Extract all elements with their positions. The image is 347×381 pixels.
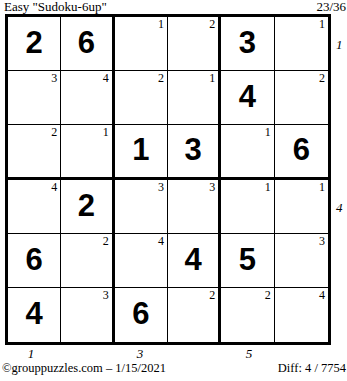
cell-r1c1[interactable]: 2 <box>8 17 61 71</box>
cell-r4c1[interactable]: 4 <box>8 180 61 234</box>
cell-r4c3[interactable]: 3 <box>115 180 168 234</box>
given-digit: 1 <box>132 134 149 165</box>
cell-r3c1[interactable]: 2 <box>8 125 61 179</box>
corner-clue-digit: 4 <box>51 180 57 194</box>
corner-clue-digit: 1 <box>265 125 271 139</box>
cell-r1c4[interactable]: 2 <box>168 17 221 71</box>
cell-r6c2[interactable]: 3 <box>61 288 114 342</box>
cell-r3c4[interactable]: 3 <box>168 125 221 179</box>
given-digit: 3 <box>185 134 202 165</box>
cell-r3c2[interactable]: 1 <box>61 125 114 179</box>
given-digit: 4 <box>239 81 256 112</box>
row-label-4: 4 <box>336 201 343 214</box>
cell-r2c1[interactable]: 3 <box>8 71 61 125</box>
cell-r1c6[interactable]: 1 <box>275 17 328 71</box>
cell-r1c3[interactable]: 1 <box>115 17 168 71</box>
corner-clue-digit: 2 <box>319 71 325 85</box>
cell-r4c6[interactable]: 1 <box>275 180 328 234</box>
cell-r4c4[interactable]: 3 <box>168 180 221 234</box>
cell-r5c2[interactable]: 2 <box>61 234 114 288</box>
given-digit: 6 <box>132 298 149 329</box>
corner-clue-digit: 1 <box>103 125 109 139</box>
cell-r3c6[interactable]: 6 <box>275 125 328 179</box>
corner-clue-digit: 1 <box>209 71 215 85</box>
given-digit: 2 <box>26 27 43 58</box>
given-digit: 4 <box>185 244 202 275</box>
cell-r2c6[interactable]: 2 <box>275 71 328 125</box>
corner-clue-digit: 2 <box>209 17 215 31</box>
cell-r4c2[interactable]: 2 <box>61 180 114 234</box>
column-label-1: 1 <box>28 347 35 360</box>
difficulty-text: Diff: 4 / 7754 <box>278 361 346 375</box>
cell-r2c5[interactable]: 4 <box>221 71 274 125</box>
corner-clue-digit: 2 <box>103 234 109 248</box>
given-digit: 2 <box>78 190 95 221</box>
given-digit: 6 <box>26 244 43 275</box>
cell-r3c5[interactable]: 1 <box>221 125 274 179</box>
corner-clue-digit: 1 <box>319 180 325 194</box>
cell-r6c1[interactable]: 4 <box>8 288 61 342</box>
given-digit: 3 <box>239 27 256 58</box>
cell-r6c3[interactable]: 6 <box>115 288 168 342</box>
corner-clue-digit: 3 <box>209 180 215 194</box>
corner-clue-digit: 2 <box>51 125 57 139</box>
corner-clue-digit: 1 <box>319 17 325 31</box>
cell-r6c6[interactable]: 4 <box>275 288 328 342</box>
corner-clue-digit: 3 <box>103 288 109 302</box>
puzzle-title: Easy "Sudoku-6up" <box>4 0 107 14</box>
cell-r1c5[interactable]: 3 <box>221 17 274 71</box>
cell-r5c1[interactable]: 6 <box>8 234 61 288</box>
corner-clue-digit: 3 <box>158 180 164 194</box>
cell-r5c3[interactable]: 4 <box>115 234 168 288</box>
given-digit: 5 <box>239 244 256 275</box>
row-label-1: 1 <box>336 38 343 51</box>
copyright-text: ©grouppuzzles.com – 1/15/2021 <box>2 361 166 375</box>
given-digit: 6 <box>293 134 310 165</box>
sudoku-grid: 261231342142211316423311624453436224 <box>5 14 331 345</box>
cell-r2c4[interactable]: 1 <box>168 71 221 125</box>
column-label-5: 5 <box>246 347 253 360</box>
corner-clue-digit: 4 <box>158 234 164 248</box>
corner-clue-digit: 2 <box>265 288 271 302</box>
cell-r5c6[interactable]: 3 <box>275 234 328 288</box>
given-digit: 6 <box>78 27 95 58</box>
corner-clue-digit: 2 <box>209 288 215 302</box>
corner-clue-digit: 4 <box>103 71 109 85</box>
corner-clue-digit: 1 <box>158 17 164 31</box>
cell-r3c3[interactable]: 1 <box>115 125 168 179</box>
cell-r6c5[interactable]: 2 <box>221 288 274 342</box>
corner-clue-digit: 4 <box>319 288 325 302</box>
given-digit: 4 <box>26 298 43 329</box>
column-label-3: 3 <box>137 347 144 360</box>
corner-clue-digit: 2 <box>158 71 164 85</box>
cell-r2c2[interactable]: 4 <box>61 71 114 125</box>
corner-clue-digit: 1 <box>265 180 271 194</box>
corner-clue-digit: 3 <box>319 234 325 248</box>
cell-r5c4[interactable]: 4 <box>168 234 221 288</box>
page-number: 23/36 <box>316 0 346 14</box>
corner-clue-digit: 3 <box>51 71 57 85</box>
cell-r6c4[interactable]: 2 <box>168 288 221 342</box>
cell-r2c3[interactable]: 2 <box>115 71 168 125</box>
cell-r5c5[interactable]: 5 <box>221 234 274 288</box>
cell-r4c5[interactable]: 1 <box>221 180 274 234</box>
cell-r1c2[interactable]: 6 <box>61 17 114 71</box>
